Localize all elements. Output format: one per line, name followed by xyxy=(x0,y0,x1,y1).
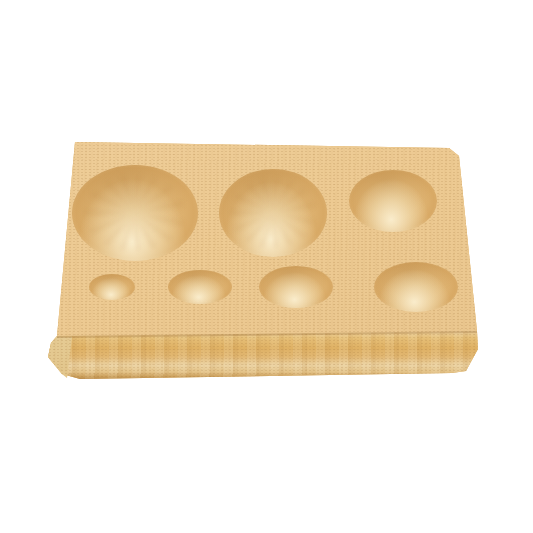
pit-bottom-3[interactable] xyxy=(259,266,333,308)
pit-bottom-1[interactable] xyxy=(89,274,135,300)
pit-grid xyxy=(57,143,477,337)
board-photo xyxy=(0,0,533,533)
pit-top-2[interactable] xyxy=(219,169,327,257)
pit-row-bottom xyxy=(57,257,477,317)
pit-top-3[interactable] xyxy=(349,170,437,232)
pit-bottom-2[interactable] xyxy=(168,270,232,304)
pit-top-1[interactable] xyxy=(72,165,198,261)
pit-bottom-4[interactable] xyxy=(374,262,458,312)
